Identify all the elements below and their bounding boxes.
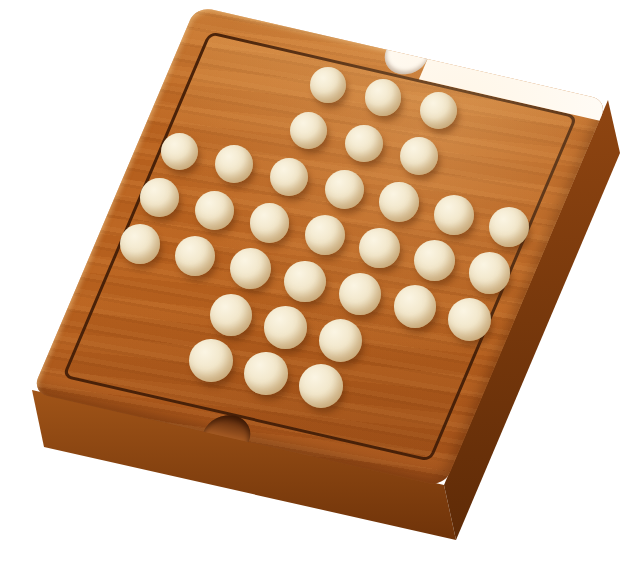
marble-layer xyxy=(0,0,640,566)
marble[interactable] xyxy=(140,178,179,217)
marble[interactable] xyxy=(339,273,381,315)
marble[interactable] xyxy=(299,364,343,408)
marble[interactable] xyxy=(175,236,215,276)
marble[interactable] xyxy=(469,252,511,294)
marble[interactable] xyxy=(345,125,383,163)
marble[interactable] xyxy=(195,191,234,230)
marble[interactable] xyxy=(448,298,491,341)
marble[interactable] xyxy=(230,248,271,289)
marble[interactable] xyxy=(305,215,345,255)
marble[interactable] xyxy=(319,319,362,362)
marble[interactable] xyxy=(414,240,455,281)
marble[interactable] xyxy=(310,67,346,103)
marble[interactable] xyxy=(270,158,308,196)
marble[interactable] xyxy=(394,285,436,327)
marble[interactable] xyxy=(325,170,364,209)
marble[interactable] xyxy=(264,306,307,349)
scene xyxy=(0,0,640,566)
marble[interactable] xyxy=(161,133,198,170)
marble[interactable] xyxy=(210,294,252,336)
marble[interactable] xyxy=(284,261,325,302)
marble[interactable] xyxy=(420,92,457,129)
marble[interactable] xyxy=(359,228,400,269)
marble[interactable] xyxy=(434,195,474,235)
marble[interactable] xyxy=(290,112,327,149)
marble[interactable] xyxy=(189,339,232,382)
marble[interactable] xyxy=(250,203,290,243)
marble[interactable] xyxy=(365,79,402,116)
marble[interactable] xyxy=(379,182,418,221)
marble[interactable] xyxy=(244,352,288,396)
marble[interactable] xyxy=(400,137,438,175)
product-photo-page: { "game": "peg-solitaire", "variant": "E… xyxy=(0,0,640,566)
marble[interactable] xyxy=(120,224,160,264)
marble[interactable] xyxy=(215,145,253,183)
marble[interactable] xyxy=(489,207,529,247)
